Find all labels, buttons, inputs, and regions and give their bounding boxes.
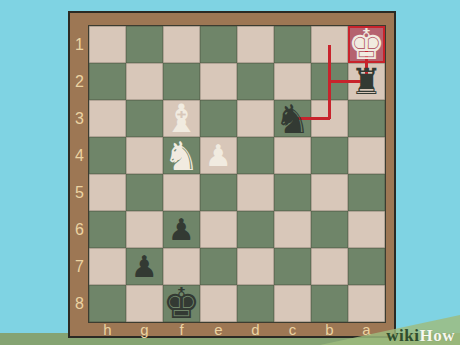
square-a8 xyxy=(348,285,385,322)
rank-label-7: 7 xyxy=(72,248,87,285)
square-h3 xyxy=(89,100,126,137)
board-frame: ♚♜♝♞♞♟♟♟♚12345678hgfedcba xyxy=(68,11,396,338)
square-h6 xyxy=(89,211,126,248)
square-e3 xyxy=(200,100,237,137)
rank-label-8: 8 xyxy=(72,285,87,322)
annotation-line-knight-covers-b1 xyxy=(328,45,331,119)
square-b5 xyxy=(311,174,348,211)
file-label-d: d xyxy=(237,322,274,336)
square-h1 xyxy=(89,26,126,63)
annotation-line-knight-covers-b1 xyxy=(293,117,330,120)
square-g5 xyxy=(126,174,163,211)
wikihow-watermark: wikiHow xyxy=(386,327,455,345)
rank-label-5: 5 xyxy=(72,174,87,211)
square-e6 xyxy=(200,211,237,248)
white-bishop-f3: ♝ xyxy=(163,100,200,137)
square-f1 xyxy=(163,26,200,63)
file-label-e: e xyxy=(200,322,237,336)
square-c2 xyxy=(274,63,311,100)
square-g1 xyxy=(126,26,163,63)
square-h5 xyxy=(89,174,126,211)
square-g8 xyxy=(126,285,163,322)
square-c7 xyxy=(274,248,311,285)
square-c8 xyxy=(274,285,311,322)
square-e5 xyxy=(200,174,237,211)
square-h4 xyxy=(89,137,126,174)
square-f3: ♝ xyxy=(163,100,200,137)
rank-label-3: 3 xyxy=(72,100,87,137)
square-d4 xyxy=(237,137,274,174)
square-c5 xyxy=(274,174,311,211)
wikihow-diagram-image: wikiHow ♚♜♝♞♞♟♟♟♚12345678hgfedcba xyxy=(0,0,460,345)
square-a4 xyxy=(348,137,385,174)
chessboard: ♚♜♝♞♞♟♟♟♚12345678hgfedcba xyxy=(88,25,386,323)
white-knight-f4: ♞ xyxy=(163,137,200,174)
square-b8 xyxy=(311,285,348,322)
square-c4 xyxy=(274,137,311,174)
file-label-c: c xyxy=(274,322,311,336)
square-d8 xyxy=(237,285,274,322)
file-label-b: b xyxy=(311,322,348,336)
square-d2 xyxy=(237,63,274,100)
square-h8 xyxy=(89,285,126,322)
square-g2 xyxy=(126,63,163,100)
rank-label-1: 1 xyxy=(72,26,87,63)
square-e4: ♟ xyxy=(200,137,237,174)
square-d7 xyxy=(237,248,274,285)
square-f6: ♟ xyxy=(163,211,200,248)
square-b4 xyxy=(311,137,348,174)
annotation-line-rook-checks-king xyxy=(365,45,368,82)
file-label-f: f xyxy=(163,322,200,336)
square-a5 xyxy=(348,174,385,211)
square-h7 xyxy=(89,248,126,285)
square-c6 xyxy=(274,211,311,248)
square-d5 xyxy=(237,174,274,211)
square-d6 xyxy=(237,211,274,248)
wikihow-how-text: How xyxy=(420,326,456,345)
square-f5 xyxy=(163,174,200,211)
square-f8: ♚ xyxy=(163,285,200,322)
black-pawn-g7: ♟ xyxy=(126,248,163,285)
square-e8 xyxy=(200,285,237,322)
square-g6 xyxy=(126,211,163,248)
square-a6 xyxy=(348,211,385,248)
square-g4 xyxy=(126,137,163,174)
square-b6 xyxy=(311,211,348,248)
square-e1 xyxy=(200,26,237,63)
square-d1 xyxy=(237,26,274,63)
square-g7: ♟ xyxy=(126,248,163,285)
square-h2 xyxy=(89,63,126,100)
square-g3 xyxy=(126,100,163,137)
file-label-h: h xyxy=(89,322,126,336)
annotation-line-rook-covers-b2 xyxy=(330,80,367,83)
square-e7 xyxy=(200,248,237,285)
square-d3 xyxy=(237,100,274,137)
wikihow-wiki-text: wiki xyxy=(386,326,419,345)
square-e2 xyxy=(200,63,237,100)
square-f7 xyxy=(163,248,200,285)
square-a3 xyxy=(348,100,385,137)
square-f4: ♞ xyxy=(163,137,200,174)
white-pawn-e4: ♟ xyxy=(200,137,237,174)
square-a7 xyxy=(348,248,385,285)
black-pawn-f6: ♟ xyxy=(163,211,200,248)
rank-label-4: 4 xyxy=(72,137,87,174)
rank-label-6: 6 xyxy=(72,211,87,248)
file-label-g: g xyxy=(126,322,163,336)
rank-label-2: 2 xyxy=(72,63,87,100)
black-king-f8: ♚ xyxy=(163,285,200,322)
square-f2 xyxy=(163,63,200,100)
square-c1 xyxy=(274,26,311,63)
square-b7 xyxy=(311,248,348,285)
